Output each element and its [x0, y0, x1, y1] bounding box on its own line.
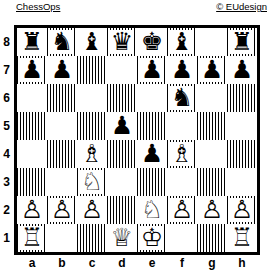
square-b2[interactable]: ♙ [47, 196, 77, 224]
piece-black-rook[interactable]: ♜ [20, 30, 44, 54]
square-b7[interactable]: ♟ [47, 56, 77, 84]
square-a4[interactable] [17, 140, 47, 168]
square-e8[interactable]: ♚ [137, 28, 167, 56]
file-label-h: h [227, 256, 257, 270]
square-c6[interactable] [77, 84, 107, 112]
rank-label-5: 5 [0, 112, 13, 140]
square-e1[interactable]: ♔ [137, 224, 167, 252]
rank-label-6: 6 [0, 84, 13, 112]
piece-black-bishop[interactable]: ♝ [80, 30, 104, 54]
piece-black-rook[interactable]: ♜ [230, 30, 254, 54]
file-label-c: c [77, 256, 107, 270]
piece-black-pawn[interactable]: ♟ [140, 142, 164, 166]
rank-label-8: 8 [0, 28, 13, 56]
square-f4[interactable]: ♗ [167, 140, 197, 168]
square-b8[interactable]: ♞ [47, 28, 77, 56]
square-h7[interactable]: ♟ [227, 56, 257, 84]
square-d2[interactable] [107, 196, 137, 224]
piece-white-queen[interactable]: ♕ [110, 226, 134, 250]
piece-white-knight[interactable]: ♘ [140, 198, 164, 222]
piece-white-pawn[interactable]: ♙ [80, 198, 104, 222]
square-d8[interactable]: ♛ [107, 28, 137, 56]
square-e2[interactable]: ♘ [137, 196, 167, 224]
chessops-page: ChessOps © EUdesign 87654321 ♜♞♝♛♚♝♜♟♟♟♟… [0, 0, 270, 270]
piece-black-pawn[interactable]: ♟ [170, 58, 194, 82]
square-g6[interactable] [197, 84, 227, 112]
square-h2[interactable]: ♙ [227, 196, 257, 224]
square-h5[interactable] [227, 112, 257, 140]
piece-white-bishop[interactable]: ♗ [170, 142, 194, 166]
piece-black-pawn[interactable]: ♟ [140, 58, 164, 82]
piece-white-king[interactable]: ♔ [140, 226, 164, 250]
piece-white-pawn[interactable]: ♙ [20, 198, 44, 222]
square-g1[interactable] [197, 224, 227, 252]
square-g7[interactable]: ♟ [197, 56, 227, 84]
square-a1[interactable]: ♖ [17, 224, 47, 252]
square-c4[interactable]: ♗ [77, 140, 107, 168]
square-h8[interactable]: ♜ [227, 28, 257, 56]
piece-white-knight[interactable]: ♘ [80, 170, 104, 194]
square-f5[interactable] [167, 112, 197, 140]
piece-white-pawn[interactable]: ♙ [50, 198, 74, 222]
square-b5[interactable] [47, 112, 77, 140]
square-f3[interactable] [167, 168, 197, 196]
piece-black-pawn[interactable]: ♟ [110, 114, 134, 138]
square-e5[interactable] [137, 112, 167, 140]
file-label-e: e [137, 256, 167, 270]
square-c1[interactable] [77, 224, 107, 252]
square-a2[interactable]: ♙ [17, 196, 47, 224]
square-h6[interactable] [227, 84, 257, 112]
rank-label-7: 7 [0, 56, 13, 84]
rank-labels: 87654321 [0, 28, 13, 252]
file-label-f: f [167, 256, 197, 270]
square-a5[interactable] [17, 112, 47, 140]
app-title: ChessOps [16, 1, 60, 12]
square-b1[interactable] [47, 224, 77, 252]
piece-black-bishop[interactable]: ♝ [170, 30, 194, 54]
piece-white-pawn[interactable]: ♙ [170, 198, 194, 222]
square-f1[interactable] [167, 224, 197, 252]
square-b3[interactable] [47, 168, 77, 196]
square-h4[interactable] [227, 140, 257, 168]
square-d3[interactable] [107, 168, 137, 196]
square-g4[interactable] [197, 140, 227, 168]
square-e6[interactable] [137, 84, 167, 112]
square-e4[interactable]: ♟ [137, 140, 167, 168]
piece-black-knight[interactable]: ♞ [170, 86, 194, 110]
square-a3[interactable] [17, 168, 47, 196]
title-bar: ChessOps © EUdesign [16, 1, 267, 12]
rank-label-2: 2 [0, 196, 13, 224]
piece-black-queen[interactable]: ♛ [110, 30, 134, 54]
square-a8[interactable]: ♜ [17, 28, 47, 56]
square-c7[interactable] [77, 56, 107, 84]
square-f7[interactable]: ♟ [167, 56, 197, 84]
piece-white-rook[interactable]: ♖ [20, 226, 44, 250]
square-d1[interactable]: ♕ [107, 224, 137, 252]
square-b6[interactable] [47, 84, 77, 112]
square-g5[interactable] [197, 112, 227, 140]
square-a6[interactable] [17, 84, 47, 112]
square-c5[interactable] [77, 112, 107, 140]
piece-white-rook[interactable]: ♖ [230, 226, 254, 250]
square-f8[interactable]: ♝ [167, 28, 197, 56]
file-labels: abcdefgh [17, 256, 257, 270]
piece-white-bishop[interactable]: ♗ [80, 142, 104, 166]
square-a7[interactable]: ♟ [17, 56, 47, 84]
square-h3[interactable] [227, 168, 257, 196]
square-d6[interactable] [107, 84, 137, 112]
square-d7[interactable] [107, 56, 137, 84]
piece-black-pawn[interactable]: ♟ [50, 58, 74, 82]
file-label-a: a [17, 256, 47, 270]
piece-black-pawn[interactable]: ♟ [230, 58, 254, 82]
piece-white-pawn[interactable]: ♙ [230, 198, 254, 222]
rank-label-1: 1 [0, 224, 13, 252]
file-label-b: b [47, 256, 77, 270]
square-f2[interactable]: ♙ [167, 196, 197, 224]
square-c3[interactable]: ♘ [77, 168, 107, 196]
square-b4[interactable] [47, 140, 77, 168]
square-f6[interactable]: ♞ [167, 84, 197, 112]
piece-black-pawn[interactable]: ♟ [200, 58, 224, 82]
square-g3[interactable] [197, 168, 227, 196]
square-d4[interactable] [107, 140, 137, 168]
rank-label-4: 4 [0, 140, 13, 168]
square-d5[interactable]: ♟ [107, 112, 137, 140]
square-c8[interactable]: ♝ [77, 28, 107, 56]
file-label-g: g [197, 256, 227, 270]
piece-black-knight[interactable]: ♞ [50, 30, 74, 54]
square-e7[interactable]: ♟ [137, 56, 167, 84]
square-g2[interactable]: ♙ [197, 196, 227, 224]
square-e3[interactable] [137, 168, 167, 196]
piece-white-pawn[interactable]: ♙ [200, 198, 224, 222]
file-label-d: d [107, 256, 137, 270]
piece-black-king[interactable]: ♚ [140, 30, 164, 54]
credit: © EUdesign [216, 1, 267, 12]
square-g8[interactable] [197, 28, 227, 56]
rank-label-3: 3 [0, 168, 13, 196]
piece-black-pawn[interactable]: ♟ [20, 58, 44, 82]
square-c2[interactable]: ♙ [77, 196, 107, 224]
board: ♜♞♝♛♚♝♜♟♟♟♟♟♟♞♟♗♟♗♘♙♙♙♘♙♙♙♖♕♔♖ [14, 25, 260, 255]
square-h1[interactable]: ♖ [227, 224, 257, 252]
